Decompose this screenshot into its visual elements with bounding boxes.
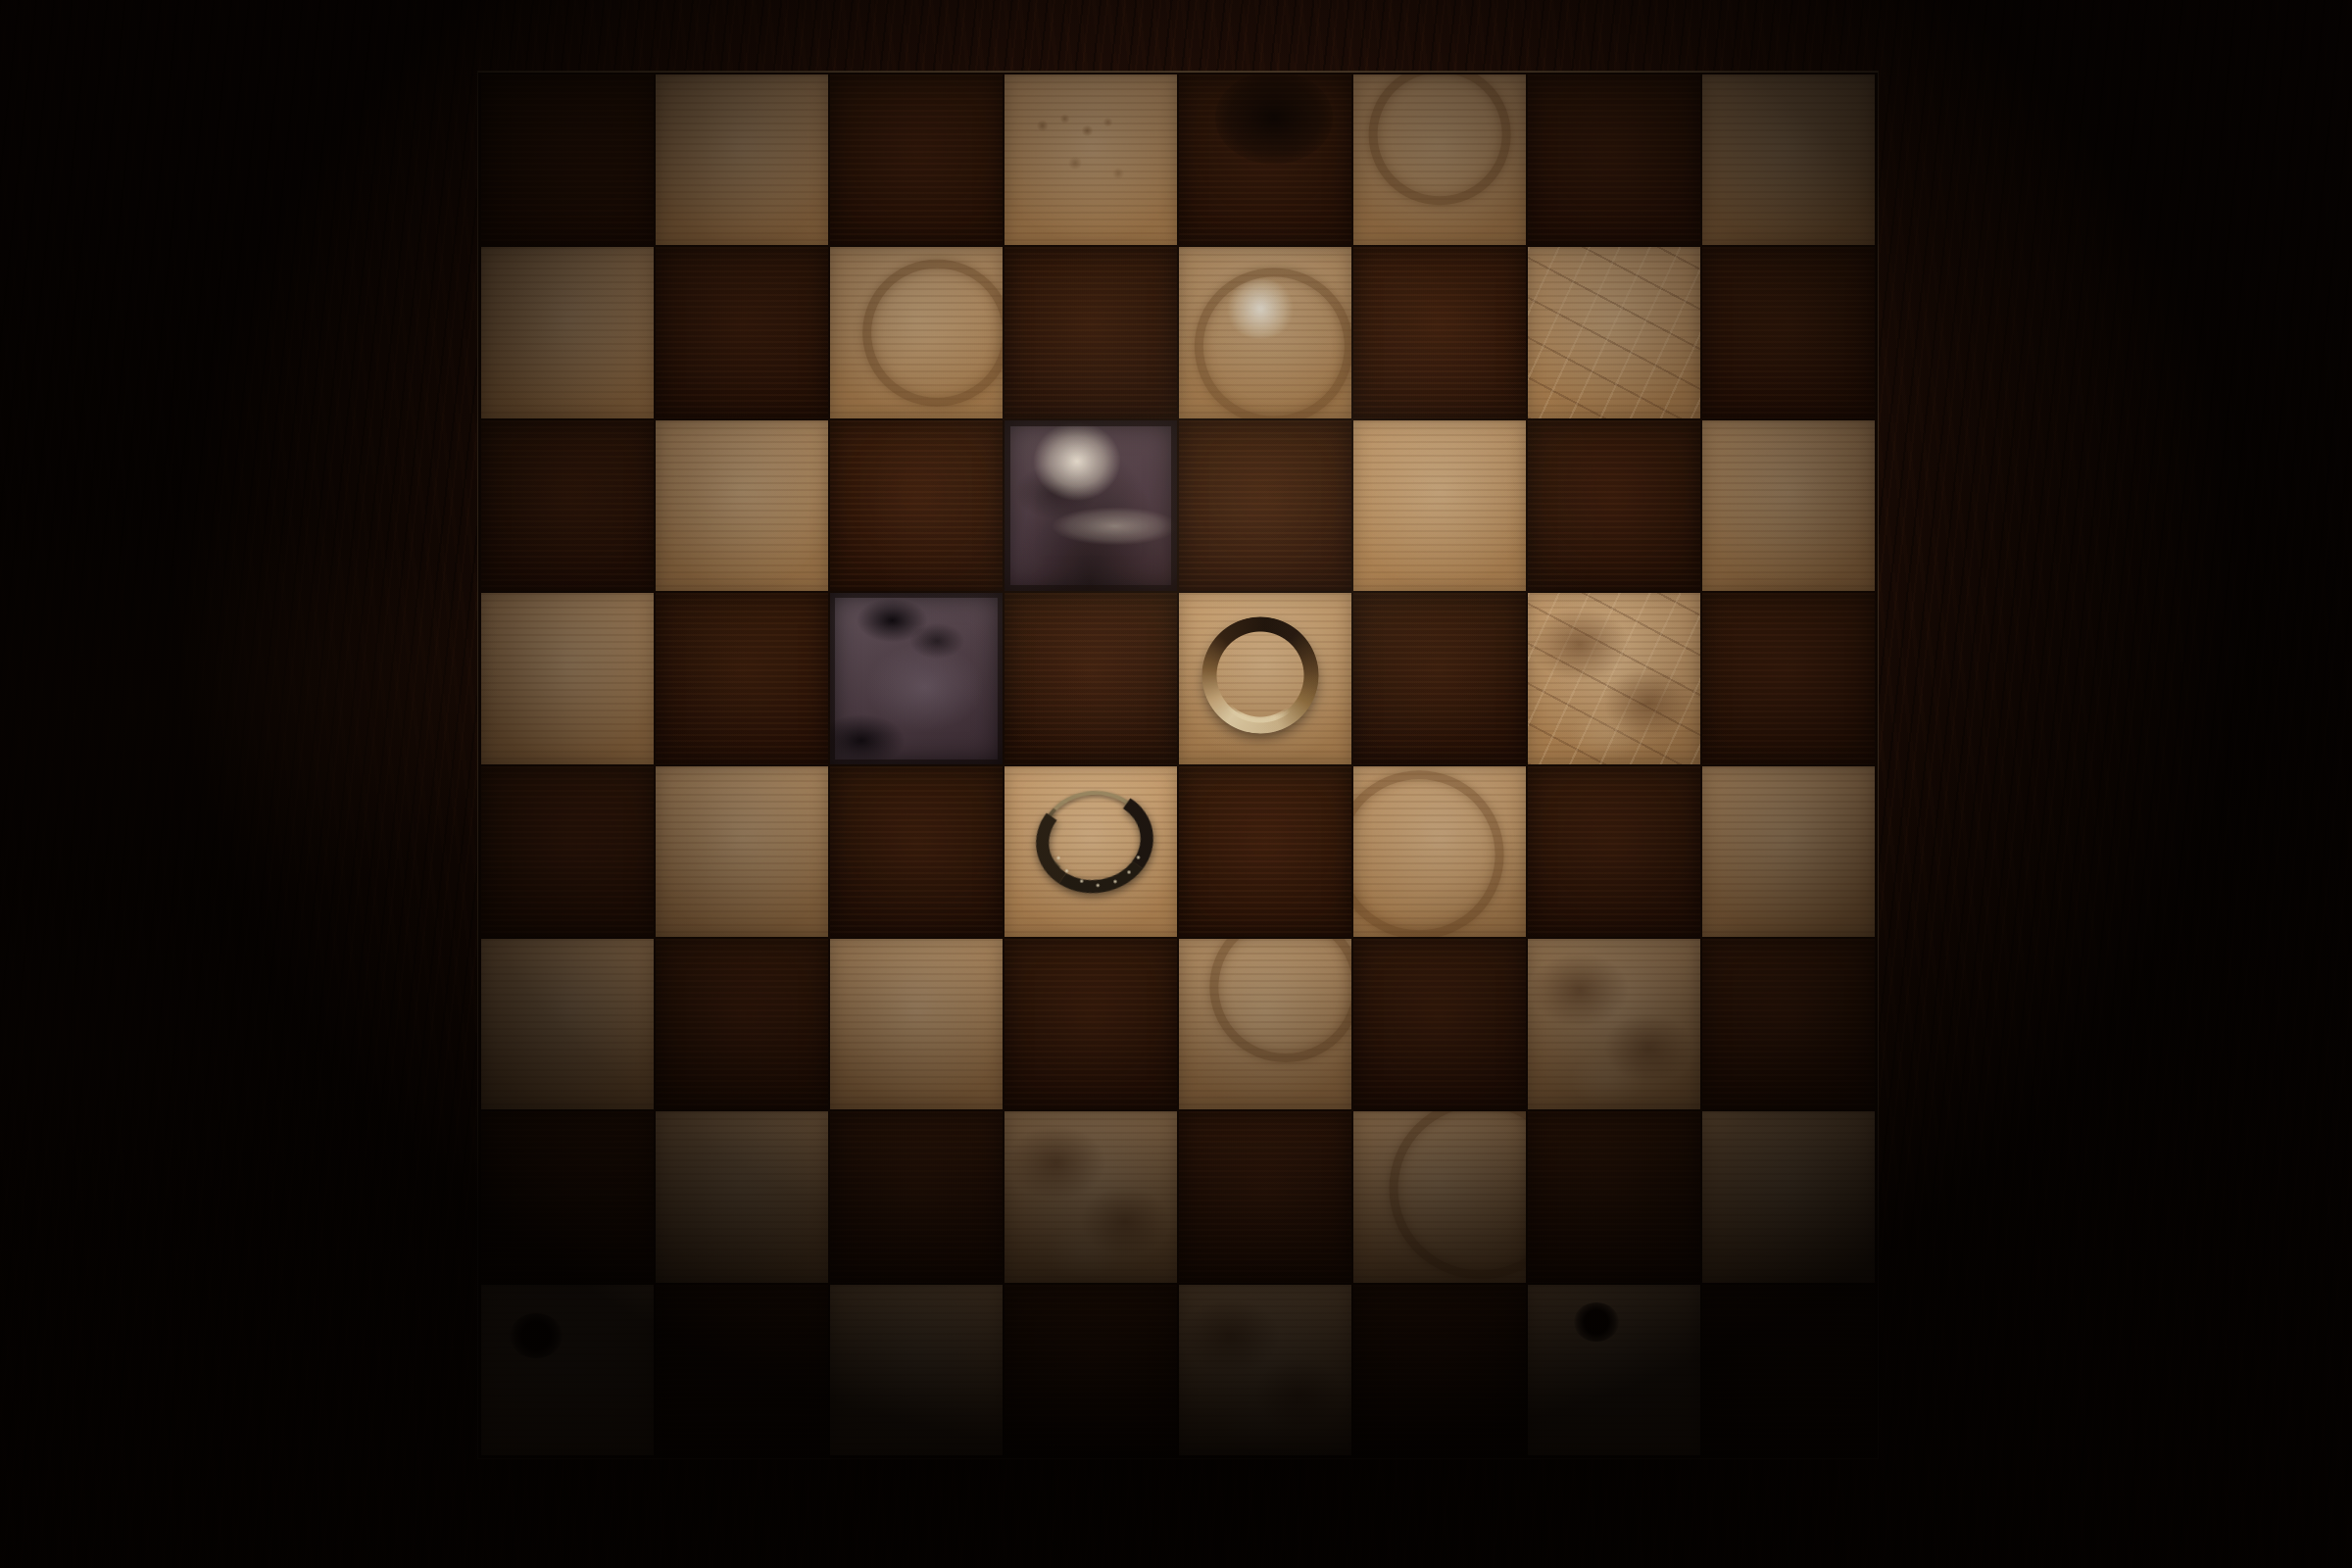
square-r0c0	[481, 74, 654, 245]
stain-cup-ring	[1195, 268, 1351, 418]
square-r5c0	[481, 939, 654, 1109]
square-r5c5	[1353, 939, 1526, 1109]
square-r1c7	[1702, 247, 1875, 417]
stain-mottle	[1004, 1111, 1177, 1282]
stain-cup-ring	[1390, 1111, 1526, 1279]
stain-knot	[510, 1313, 563, 1358]
square-r6c0	[481, 1111, 654, 1282]
square-r6c7	[1702, 1111, 1875, 1282]
square-r4c0	[481, 766, 654, 937]
square-r4c4	[1179, 766, 1351, 937]
square-r1c3	[1004, 247, 1177, 417]
square-r3c7	[1702, 593, 1875, 763]
square-r4c1	[656, 766, 828, 937]
square-r2c6	[1528, 420, 1700, 591]
square-r6c4	[1179, 1111, 1351, 1282]
square-r5c2	[830, 939, 1003, 1109]
beaded-ring	[1030, 783, 1157, 899]
stain-cup-ring	[1209, 939, 1351, 1062]
square-r1c4	[1179, 247, 1351, 417]
square-r5c3	[1004, 939, 1177, 1109]
square-r4c6	[1528, 766, 1700, 937]
square-r5c7	[1702, 939, 1875, 1109]
square-r1c2	[830, 247, 1003, 417]
stain-scratches	[1528, 593, 1700, 763]
stain-dark-blotch	[1215, 74, 1333, 164]
square-r0c5	[1353, 74, 1526, 245]
square-r3c3	[1004, 593, 1177, 763]
stain-mottle	[1179, 1285, 1351, 1455]
square-r3c4	[1179, 593, 1351, 763]
square-r2c2	[830, 420, 1003, 591]
stain-knot	[1574, 1302, 1619, 1342]
stain-scratches	[1528, 247, 1700, 417]
square-r1c0	[481, 247, 654, 417]
square-r6c3	[1004, 1111, 1177, 1282]
square-r0c6	[1528, 74, 1700, 245]
square-r2c3	[1004, 420, 1177, 591]
square-r4c2	[830, 766, 1003, 937]
square-r7c3	[1004, 1285, 1177, 1455]
square-r2c7	[1702, 420, 1875, 591]
chessboard	[478, 72, 1878, 1458]
square-r1c1	[656, 247, 828, 417]
square-r1c5	[1353, 247, 1526, 417]
stain-speckles	[1004, 74, 1177, 245]
square-r3c0	[481, 593, 654, 763]
square-r3c5	[1353, 593, 1526, 763]
square-r7c5	[1353, 1285, 1526, 1455]
square-r3c2	[830, 593, 1003, 763]
square-r3c6	[1528, 593, 1700, 763]
square-r3c1	[656, 593, 828, 763]
square-r5c6	[1528, 939, 1700, 1109]
square-r7c0	[481, 1285, 654, 1455]
photo-table-background	[0, 0, 2352, 1568]
square-r5c4	[1179, 939, 1351, 1109]
square-r6c1	[656, 1111, 828, 1282]
square-r6c6	[1528, 1111, 1700, 1282]
square-r6c2	[830, 1111, 1003, 1282]
square-r0c4	[1179, 74, 1351, 245]
wedding-band-ring	[1201, 616, 1319, 734]
stain-cup-ring	[1353, 770, 1503, 936]
square-r4c5	[1353, 766, 1526, 937]
square-r7c4	[1179, 1285, 1351, 1455]
stain-bright-spot	[1225, 279, 1296, 338]
square-r0c7	[1702, 74, 1875, 245]
square-r2c1	[656, 420, 828, 591]
square-r7c6	[1528, 1285, 1700, 1455]
square-r1c6	[1528, 247, 1700, 417]
stain-mottle	[1528, 593, 1700, 763]
square-r0c3	[1004, 74, 1177, 245]
square-r6c5	[1353, 1111, 1526, 1282]
square-r7c1	[656, 1285, 828, 1455]
stain-mottle	[1528, 939, 1700, 1109]
square-r2c0	[481, 420, 654, 591]
stain-cup-ring	[1369, 74, 1511, 205]
ring-beaded-arc	[1027, 780, 1161, 903]
square-r0c1	[656, 74, 828, 245]
ring-inner-highlight	[1201, 616, 1319, 734]
stain-cup-ring	[862, 259, 1003, 407]
square-r4c3	[1004, 766, 1177, 937]
square-r5c1	[656, 939, 828, 1109]
square-r2c5	[1353, 420, 1526, 591]
ring-sparkle	[1055, 855, 1060, 859]
square-r0c2	[830, 74, 1003, 245]
square-r7c7	[1702, 1285, 1875, 1455]
square-r4c7	[1702, 766, 1875, 937]
square-r2c4	[1179, 420, 1351, 591]
square-r7c2	[830, 1285, 1003, 1455]
